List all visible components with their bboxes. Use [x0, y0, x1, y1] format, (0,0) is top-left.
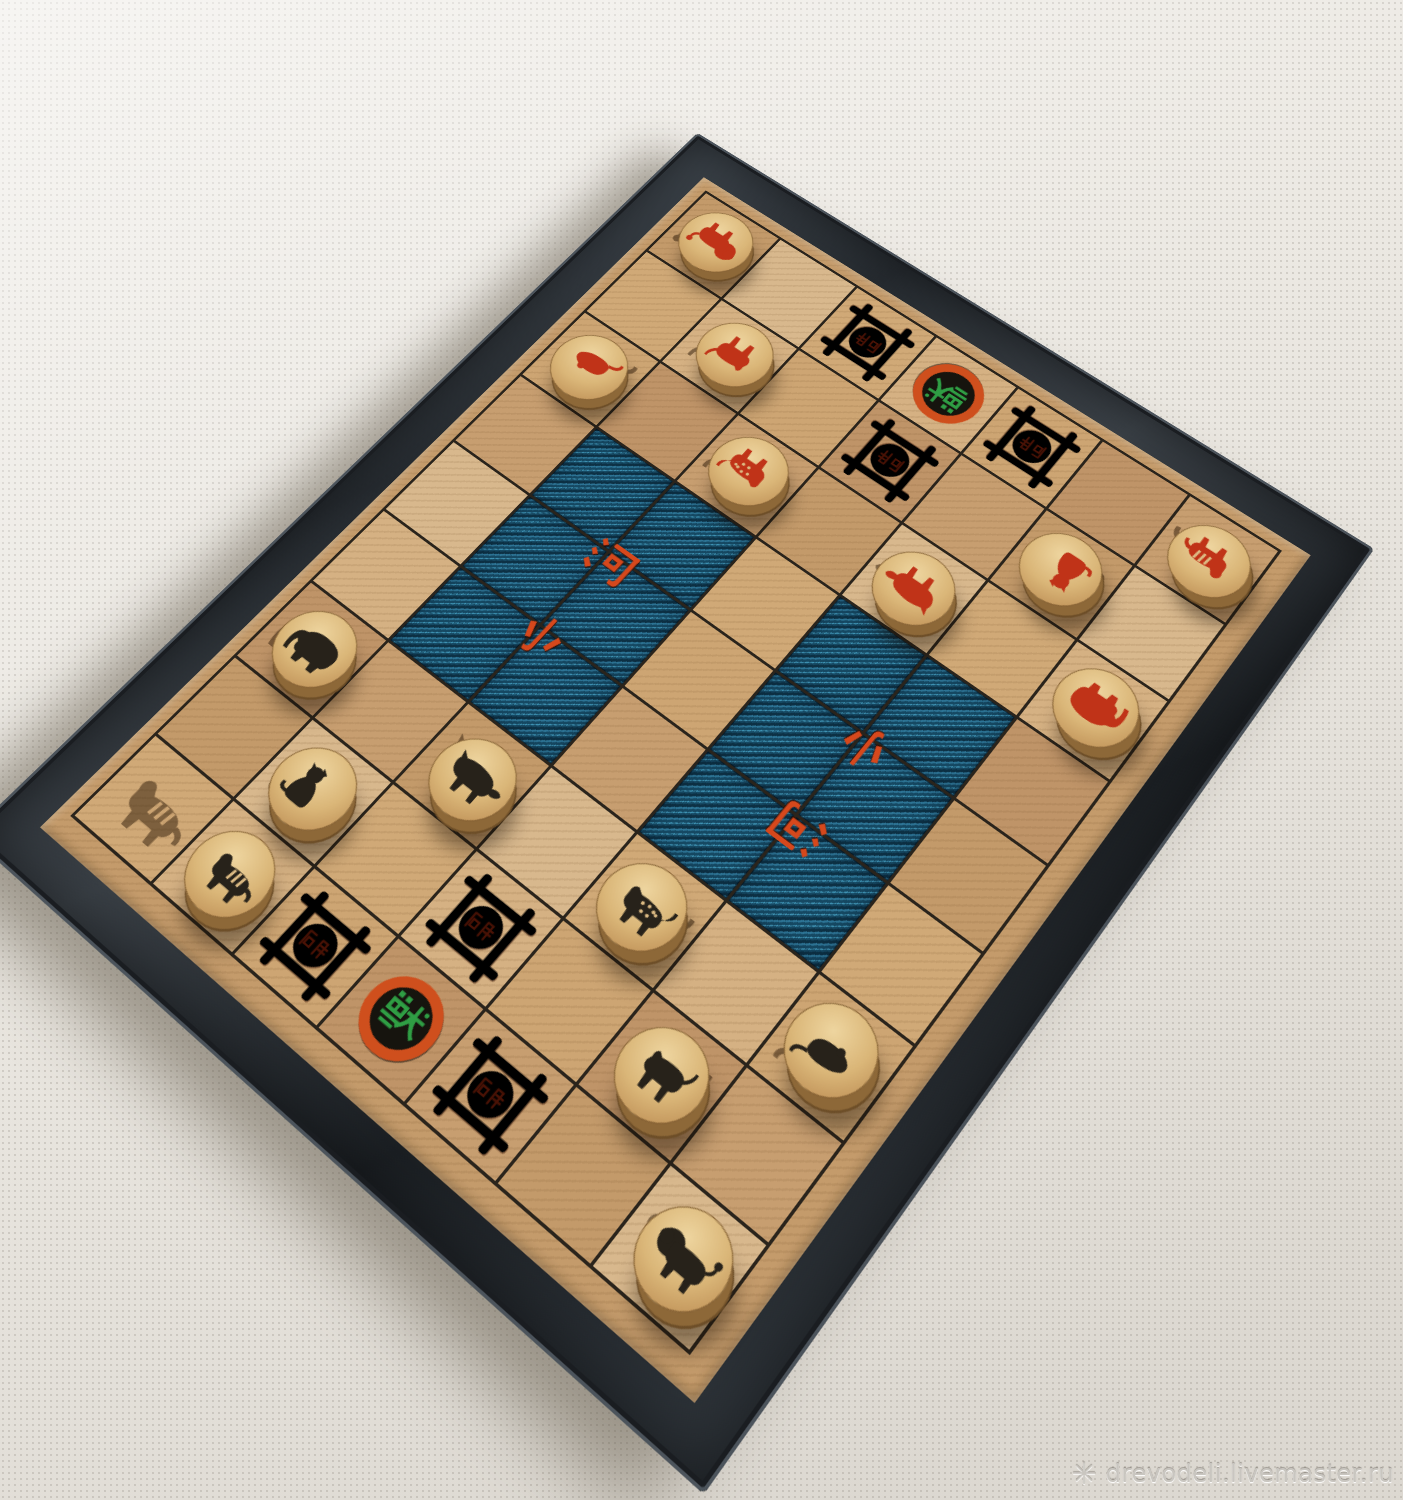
lion-icon [678, 213, 754, 272]
photo-background: { "game": "Dou Shou Qi (Jungle / Animal … [0, 0, 1403, 1500]
tiger-icon [184, 832, 275, 917]
dog-icon [695, 323, 774, 386]
cat-icon [1018, 534, 1103, 606]
leopard-icon [595, 864, 688, 951]
dog-icon [613, 1028, 710, 1123]
elephant-icon [1051, 669, 1140, 747]
watermark-text: drevodeli.livemaster.ru [1106, 1460, 1394, 1488]
rat-icon [549, 336, 628, 399]
lion-icon [633, 1207, 735, 1311]
wolf-icon [871, 552, 956, 625]
livemaster-flake-icon: ✳ [1071, 1456, 1097, 1491]
leopard-icon [707, 438, 789, 506]
tiger-icon [1166, 526, 1251, 597]
rat-icon [783, 1004, 880, 1098]
watermark: ✳ drevodeli.livemaster.ru [1071, 1456, 1394, 1491]
